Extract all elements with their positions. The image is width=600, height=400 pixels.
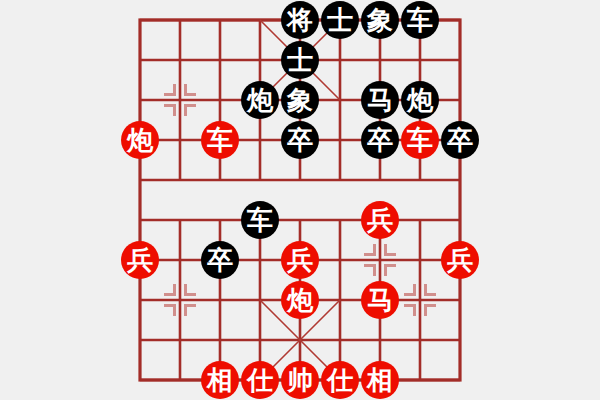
piece-black-soldier[interactable]: 卒 [441,121,479,159]
piece-black-general[interactable]: 将 [281,1,319,39]
piece-red-chariot[interactable]: 车 [201,121,239,159]
piece-red-cannon[interactable]: 炮 [281,281,319,319]
piece-red-elephant[interactable]: 相 [361,361,399,399]
piece-red-soldier[interactable]: 兵 [281,241,319,279]
piece-red-elephant[interactable]: 相 [201,361,239,399]
piece-red-chariot[interactable]: 车 [401,121,439,159]
point-marker [160,280,200,320]
piece-black-chariot[interactable]: 车 [241,201,279,239]
piece-black-soldier[interactable]: 卒 [281,121,319,159]
piece-black-cannon[interactable]: 炮 [401,81,439,119]
point-marker [160,80,200,120]
piece-black-chariot[interactable]: 车 [401,1,439,39]
piece-black-elephant[interactable]: 象 [361,1,399,39]
piece-black-advisor[interactable]: 士 [281,41,319,79]
piece-red-cannon[interactable]: 炮 [121,121,159,159]
piece-red-soldier[interactable]: 兵 [121,241,159,279]
piece-grid: 将士象车士炮象马炮卒卒卒车卒炮车车兵兵兵兵炮马相仕帅仕相 [120,0,480,400]
piece-black-soldier[interactable]: 卒 [201,241,239,279]
piece-black-cannon[interactable]: 炮 [241,81,279,119]
piece-red-soldier[interactable]: 兵 [361,201,399,239]
piece-black-horse[interactable]: 马 [361,81,399,119]
piece-black-advisor[interactable]: 士 [321,1,359,39]
piece-red-horse[interactable]: 马 [361,281,399,319]
piece-red-advisor[interactable]: 仕 [241,361,279,399]
point-marker [360,240,400,280]
point-marker [400,280,440,320]
xiangqi-board[interactable]: 将士象车士炮象马炮卒卒卒车卒炮车车兵兵兵兵炮马相仕帅仕相 [0,0,600,400]
piece-red-general[interactable]: 帅 [281,361,319,399]
piece-red-advisor[interactable]: 仕 [321,361,359,399]
piece-red-soldier[interactable]: 兵 [441,241,479,279]
piece-black-soldier[interactable]: 卒 [361,121,399,159]
piece-black-elephant[interactable]: 象 [281,81,319,119]
